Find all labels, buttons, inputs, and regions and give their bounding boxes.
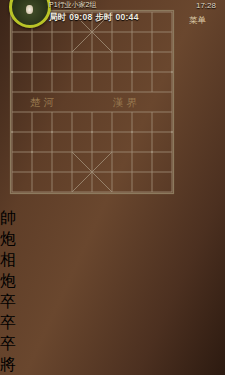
game-screen: P1行业小家2组 局时 09:08 步时 00:44 17:28 菜单 xyxy=(0,0,225,375)
timer-text: 局时 09:08 步时 00:44 xyxy=(49,12,139,24)
piece-i4[interactable]: 炮 xyxy=(0,271,225,292)
opponent-avatar[interactable] xyxy=(9,0,51,28)
piece-e9[interactable]: 將 xyxy=(0,355,225,375)
river-text-left: 楚河 xyxy=(30,96,57,108)
river-text-right: 漢界 xyxy=(112,96,140,108)
piece-layer: 帥炮相炮卒卒卒將 xyxy=(0,208,225,375)
piece-g5[interactable]: 卒 xyxy=(0,313,225,334)
piece-e2[interactable]: 炮 xyxy=(0,229,225,250)
piece-e0[interactable]: 帥 xyxy=(0,208,225,229)
system-clock: 17:28 xyxy=(196,1,216,10)
xiangqi-board-frame: 楚河 漢界 帥炮相炮卒卒卒將 ✦✦ xyxy=(0,0,225,375)
piece-i5[interactable]: 卒 xyxy=(0,334,225,355)
piece-g4[interactable]: 相 xyxy=(0,250,225,271)
menu-button[interactable]: 菜单 xyxy=(178,13,217,29)
avatar-figure-icon xyxy=(26,5,33,14)
piece-e5[interactable]: 卒 xyxy=(0,292,225,313)
opponent-name: P1行业小家2组 xyxy=(49,0,96,10)
top-bar: P1行业小家2组 局时 09:08 步时 00:44 17:28 菜单 xyxy=(0,0,225,38)
xiangqi-board[interactable]: 楚河 漢界 帥炮相炮卒卒卒將 ✦✦ xyxy=(0,0,225,375)
